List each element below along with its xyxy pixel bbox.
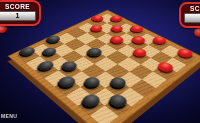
score-panel-right: SCORE 1 bbox=[179, 2, 200, 28]
menu-label[interactable]: MENU bbox=[1, 113, 17, 119]
score-value: 1 bbox=[184, 13, 200, 23]
board-square[interactable] bbox=[173, 51, 195, 65]
red-piece-icon bbox=[194, 28, 200, 37]
board-grid bbox=[17, 14, 195, 123]
board-square[interactable] bbox=[128, 51, 150, 64]
checkers-game-screen: SCORE 1 SCORE 1 MENU bbox=[0, 0, 200, 123]
score-badge: SCORE 1 bbox=[0, 0, 41, 26]
checkers-board bbox=[7, 10, 200, 123]
score-label: SCORE bbox=[184, 5, 200, 13]
score-badge: SCORE 1 bbox=[179, 2, 200, 28]
black-checker-piece[interactable] bbox=[59, 60, 80, 73]
score-panel-left: SCORE 1 bbox=[0, 0, 41, 26]
score-value: 1 bbox=[0, 11, 36, 21]
score-label: SCORE bbox=[0, 3, 36, 11]
